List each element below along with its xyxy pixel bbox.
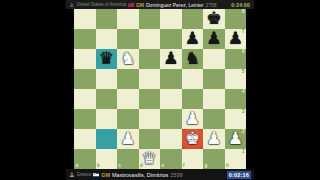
file-label-e: e <box>162 164 165 169</box>
square-e2[interactable] <box>160 129 182 149</box>
file-label-c: c <box>119 164 122 169</box>
white-pawn[interactable]: ♟ <box>228 129 243 149</box>
square-f3[interactable]: ♟ <box>182 109 204 129</box>
rank-label-3: 3 <box>242 110 245 115</box>
square-g1[interactable]: g <box>203 149 225 169</box>
square-a4[interactable] <box>74 89 96 109</box>
square-c8[interactable] <box>117 9 139 29</box>
square-c7[interactable] <box>117 29 139 49</box>
player-bar-black: ♟ United States of America GM Dominguez … <box>66 0 254 9</box>
square-b3[interactable] <box>96 109 118 129</box>
square-d8[interactable] <box>139 9 161 29</box>
chess-board: ♚8♟♟♟7♛♞♟♞654♟3♟♚♟♟2abc♛defg1h <box>74 9 246 169</box>
player-title: GM <box>136 2 144 8</box>
square-g3[interactable] <box>203 109 225 129</box>
square-e1[interactable]: e <box>160 149 182 169</box>
square-c2[interactable]: ♟ <box>117 129 139 149</box>
black-pawn-icon: ♟ <box>69 2 74 8</box>
board-area: ♚8♟♟♟7♛♞♟♞654♟3♟♚♟♟2abc♛defg1h <box>66 9 254 169</box>
square-c6[interactable]: ♞ <box>117 49 139 69</box>
square-b4[interactable] <box>96 89 118 109</box>
square-a6[interactable] <box>74 49 96 69</box>
square-f1[interactable]: f <box>182 149 204 169</box>
rank-label-8: 8 <box>242 10 245 15</box>
black-knight[interactable]: ♞ <box>185 49 200 69</box>
file-label-f: f <box>183 164 185 169</box>
square-d7[interactable] <box>139 29 161 49</box>
square-b7[interactable] <box>96 29 118 49</box>
square-f5[interactable] <box>182 69 204 89</box>
square-a2[interactable] <box>74 129 96 149</box>
square-d2[interactable] <box>139 129 161 149</box>
square-h6[interactable]: 6 <box>225 49 247 69</box>
white-knight[interactable]: ♞ <box>120 49 135 69</box>
square-e6[interactable]: ♟ <box>160 49 182 69</box>
square-a1[interactable]: a <box>74 149 96 169</box>
square-h3[interactable]: 3 <box>225 109 247 129</box>
square-g5[interactable] <box>203 69 225 89</box>
square-a5[interactable] <box>74 69 96 89</box>
square-g8[interactable]: ♚ <box>203 9 225 29</box>
square-e4[interactable] <box>160 89 182 109</box>
square-b2[interactable] <box>96 129 118 149</box>
player-bar-white: ♙ Greece GM Mastrovasilis, Dimitrios 259… <box>66 169 254 180</box>
square-f4[interactable] <box>182 89 204 109</box>
rank-label-6: 6 <box>242 50 245 55</box>
square-g7[interactable]: ♟ <box>203 29 225 49</box>
white-king[interactable]: ♚ <box>185 129 200 149</box>
square-f8[interactable] <box>182 9 204 29</box>
square-e3[interactable] <box>160 109 182 129</box>
player-name: Dominguez Perez, Leinier <box>146 2 204 8</box>
white-queen[interactable]: ♛ <box>142 149 157 169</box>
square-d6[interactable] <box>139 49 161 69</box>
file-label-g: g <box>205 164 208 169</box>
square-e7[interactable] <box>160 29 182 49</box>
square-e5[interactable] <box>160 69 182 89</box>
black-queen[interactable]: ♛ <box>99 49 114 69</box>
square-g2[interactable]: ♟ <box>203 129 225 149</box>
player-rating: 2599 <box>170 172 182 178</box>
square-c4[interactable] <box>117 89 139 109</box>
square-h1[interactable]: 1h <box>225 149 247 169</box>
rank-label-4: 4 <box>242 90 245 95</box>
player-country: United States of America <box>76 2 126 7</box>
black-pawn[interactable]: ♟ <box>185 29 200 49</box>
square-c1[interactable]: c <box>117 149 139 169</box>
square-c5[interactable] <box>117 69 139 89</box>
square-b6[interactable]: ♛ <box>96 49 118 69</box>
black-clock: 0:24:00 <box>230 2 251 8</box>
player-rating: 2758 <box>206 2 217 8</box>
black-pawn[interactable]: ♟ <box>228 29 243 49</box>
file-label-d: d <box>140 164 143 169</box>
square-a3[interactable] <box>74 109 96 129</box>
rank-label-1: 1 <box>242 150 245 155</box>
square-f2[interactable]: ♚ <box>182 129 204 149</box>
file-label-b: b <box>97 164 100 169</box>
greece-flag-icon <box>93 173 99 177</box>
square-d5[interactable] <box>139 69 161 89</box>
black-pawn[interactable]: ♟ <box>206 29 221 49</box>
file-label-h: h <box>226 164 229 169</box>
square-a8[interactable] <box>74 9 96 29</box>
white-pawn[interactable]: ♟ <box>120 129 135 149</box>
rank-label-5: 5 <box>242 70 245 75</box>
file-label-a: a <box>76 164 79 169</box>
white-clock: 0:02:16 <box>227 171 251 179</box>
square-h2[interactable]: ♟2 <box>225 129 247 149</box>
broadcast-overlay: ♟ United States of America GM Dominguez … <box>66 0 254 180</box>
white-pawn[interactable]: ♟ <box>185 109 200 129</box>
player-name: Mastrovasilis, Dimitrios <box>112 172 168 178</box>
square-f7[interactable]: ♟ <box>182 29 204 49</box>
square-d3[interactable] <box>139 109 161 129</box>
white-pawn[interactable]: ♟ <box>206 129 221 149</box>
square-h4[interactable]: 4 <box>225 89 247 109</box>
square-h5[interactable]: 5 <box>225 69 247 89</box>
square-h7[interactable]: ♟7 <box>225 29 247 49</box>
square-g4[interactable] <box>203 89 225 109</box>
square-h8[interactable]: 8 <box>225 9 247 29</box>
square-a7[interactable] <box>74 29 96 49</box>
square-b5[interactable] <box>96 69 118 89</box>
square-b1[interactable]: b <box>96 149 118 169</box>
square-b8[interactable] <box>96 9 118 29</box>
square-d1[interactable]: ♛d <box>139 149 161 169</box>
square-g6[interactable] <box>203 49 225 69</box>
square-c3[interactable] <box>117 109 139 129</box>
square-e8[interactable] <box>160 9 182 29</box>
usa-flag-icon <box>128 3 134 7</box>
white-pawn-icon: ♙ <box>69 172 74 178</box>
player-country: Greece <box>76 172 91 177</box>
player-title: GM <box>101 172 110 178</box>
rank-label-7: 7 <box>242 30 245 35</box>
square-f6[interactable]: ♞ <box>182 49 204 69</box>
rank-label-2: 2 <box>242 130 245 135</box>
black-king[interactable]: ♚ <box>206 9 221 29</box>
square-d4[interactable] <box>139 89 161 109</box>
black-pawn[interactable]: ♟ <box>163 49 178 69</box>
